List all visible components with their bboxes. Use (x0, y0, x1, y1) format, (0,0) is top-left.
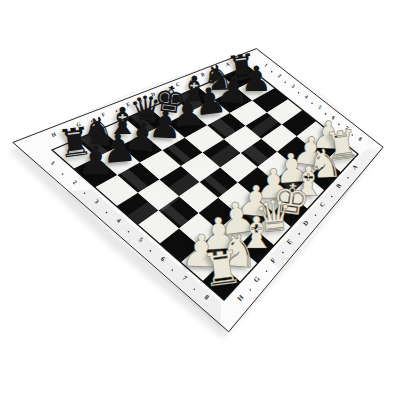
border-tick (282, 252, 284, 254)
piece-black-pawn-a7[interactable]: ♟ (78, 141, 113, 181)
border-tick (298, 233, 300, 235)
border-tick (84, 193, 86, 195)
border-tick (347, 177, 349, 179)
border-tick (331, 196, 333, 198)
border-tick (194, 289, 196, 291)
border-tick (172, 269, 174, 271)
border-tick (311, 103, 313, 105)
border-tick (128, 231, 130, 233)
border-tick (315, 214, 317, 216)
border-tick (266, 271, 268, 273)
border-tick (284, 81, 286, 83)
chess-set-photo: HGFEDCBAHGFEDCBA1234567812345678 ♜♞♟♝♟♚♟… (0, 0, 400, 400)
border-tick (106, 212, 108, 214)
border-tick (250, 289, 252, 291)
border-tick (150, 250, 152, 252)
vinyl-chessboard: HGFEDCBAHGFEDCBA1234567812345678 (0, 0, 400, 400)
piece-white-rook-a1[interactable]: ♜ (199, 244, 245, 294)
border-tick (298, 92, 300, 94)
border-tick (62, 173, 64, 175)
